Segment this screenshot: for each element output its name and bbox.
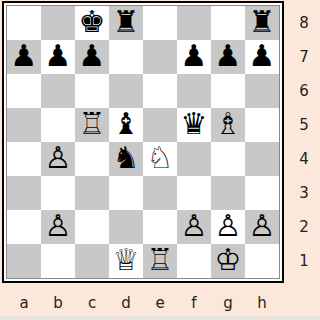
piece-black-queen[interactable]: ♛ (181, 108, 208, 141)
square-g7[interactable]: ♟ (211, 40, 245, 74)
piece-black-rook[interactable]: ♜ (249, 6, 276, 39)
square-g5[interactable]: ♗ (211, 108, 245, 142)
square-c1[interactable] (75, 244, 109, 278)
chess-board-frame: ♚♜♜♟♟♟♟♟♟♖♝♛♗♙♞♘♙♙♙♙♕♖♔ (2, 1, 284, 283)
rank-label-8: 8 (293, 6, 315, 40)
piece-white-queen[interactable]: ♕ (113, 244, 140, 277)
square-c7[interactable]: ♟ (75, 40, 109, 74)
piece-white-pawn[interactable]: ♙ (249, 210, 276, 243)
square-b7[interactable]: ♟ (41, 40, 75, 74)
square-a1[interactable] (7, 244, 41, 278)
rank-label-4: 4 (293, 142, 315, 176)
square-g8[interactable] (211, 6, 245, 40)
piece-white-knight[interactable]: ♘ (147, 142, 174, 175)
piece-white-pawn[interactable]: ♙ (45, 210, 72, 243)
square-g1[interactable]: ♔ (211, 244, 245, 278)
square-d7[interactable] (109, 40, 143, 74)
piece-black-king[interactable]: ♚ (79, 6, 106, 39)
square-h8[interactable]: ♜ (245, 6, 279, 40)
chess-board: ♚♜♜♟♟♟♟♟♟♖♝♛♗♙♞♘♙♙♙♙♕♖♔ (6, 5, 280, 279)
square-c4[interactable] (75, 142, 109, 176)
rank-label-1: 1 (293, 244, 315, 278)
square-g2[interactable]: ♙ (211, 210, 245, 244)
piece-black-pawn[interactable]: ♟ (79, 40, 106, 73)
square-d5[interactable]: ♝ (109, 108, 143, 142)
square-a4[interactable] (7, 142, 41, 176)
square-c2[interactable] (75, 210, 109, 244)
square-f3[interactable] (177, 176, 211, 210)
square-e3[interactable] (143, 176, 177, 210)
square-g4[interactable] (211, 142, 245, 176)
piece-white-pawn[interactable]: ♙ (181, 210, 208, 243)
piece-black-pawn[interactable]: ♟ (11, 40, 38, 73)
square-c8[interactable]: ♚ (75, 6, 109, 40)
square-b8[interactable] (41, 6, 75, 40)
square-c5[interactable]: ♖ (75, 108, 109, 142)
square-a2[interactable] (7, 210, 41, 244)
square-f7[interactable]: ♟ (177, 40, 211, 74)
square-d2[interactable] (109, 210, 143, 244)
square-a7[interactable]: ♟ (7, 40, 41, 74)
square-b3[interactable] (41, 176, 75, 210)
square-f2[interactable]: ♙ (177, 210, 211, 244)
square-h5[interactable] (245, 108, 279, 142)
square-h4[interactable] (245, 142, 279, 176)
rank-label-2: 2 (293, 210, 315, 244)
square-a8[interactable] (7, 6, 41, 40)
square-e8[interactable] (143, 6, 177, 40)
square-a5[interactable] (7, 108, 41, 142)
square-e7[interactable] (143, 40, 177, 74)
square-g6[interactable] (211, 74, 245, 108)
piece-black-pawn[interactable]: ♟ (215, 40, 242, 73)
square-b6[interactable] (41, 74, 75, 108)
piece-white-rook[interactable]: ♖ (79, 108, 106, 141)
square-b2[interactable]: ♙ (41, 210, 75, 244)
square-d6[interactable] (109, 74, 143, 108)
piece-black-bishop[interactable]: ♝ (113, 108, 140, 141)
file-label-a: a (7, 291, 41, 315)
rank-label-5: 5 (293, 108, 315, 142)
square-c3[interactable] (75, 176, 109, 210)
square-a6[interactable] (7, 74, 41, 108)
square-g3[interactable] (211, 176, 245, 210)
square-e4[interactable]: ♘ (143, 142, 177, 176)
square-b4[interactable]: ♙ (41, 142, 75, 176)
square-d1[interactable]: ♕ (109, 244, 143, 278)
piece-black-pawn[interactable]: ♟ (249, 40, 276, 73)
square-f1[interactable] (177, 244, 211, 278)
square-h6[interactable] (245, 74, 279, 108)
square-h3[interactable] (245, 176, 279, 210)
square-f5[interactable]: ♛ (177, 108, 211, 142)
square-d3[interactable] (109, 176, 143, 210)
piece-white-pawn[interactable]: ♙ (215, 210, 242, 243)
piece-black-pawn[interactable]: ♟ (181, 40, 208, 73)
piece-white-rook[interactable]: ♖ (147, 244, 174, 277)
square-d4[interactable]: ♞ (109, 142, 143, 176)
file-label-g: g (211, 291, 245, 315)
file-label-b: b (41, 291, 75, 315)
piece-white-king[interactable]: ♔ (215, 244, 242, 277)
file-label-h: h (245, 291, 279, 315)
square-e2[interactable] (143, 210, 177, 244)
square-b1[interactable] (41, 244, 75, 278)
file-label-f: f (177, 291, 211, 315)
file-labels: abcdefgh (7, 291, 279, 315)
rank-label-6: 6 (293, 74, 315, 108)
square-e5[interactable] (143, 108, 177, 142)
square-b5[interactable] (41, 108, 75, 142)
piece-black-rook[interactable]: ♜ (113, 6, 140, 39)
piece-white-pawn[interactable]: ♙ (45, 142, 72, 175)
piece-white-bishop[interactable]: ♗ (215, 108, 242, 141)
square-a3[interactable] (7, 176, 41, 210)
file-label-c: c (75, 291, 109, 315)
rank-labels: 87654321 (293, 6, 315, 278)
rank-label-3: 3 (293, 176, 315, 210)
square-e6[interactable] (143, 74, 177, 108)
square-f6[interactable] (177, 74, 211, 108)
square-f4[interactable] (177, 142, 211, 176)
piece-black-pawn[interactable]: ♟ (45, 40, 72, 73)
square-h1[interactable] (245, 244, 279, 278)
square-c6[interactable] (75, 74, 109, 108)
square-d8[interactable]: ♜ (109, 6, 143, 40)
piece-black-knight[interactable]: ♞ (113, 142, 140, 175)
file-label-e: e (143, 291, 177, 315)
square-h2[interactable]: ♙ (245, 210, 279, 244)
square-e1[interactable]: ♖ (143, 244, 177, 278)
file-label-d: d (109, 291, 143, 315)
rank-label-7: 7 (293, 40, 315, 74)
square-f8[interactable] (177, 6, 211, 40)
bottom-edge-strip (0, 316, 320, 320)
square-h7[interactable]: ♟ (245, 40, 279, 74)
